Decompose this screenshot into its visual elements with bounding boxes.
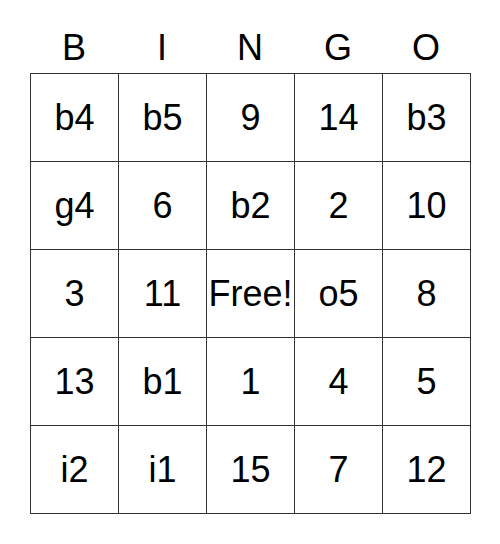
bingo-cell-r0c0[interactable]: b4 (31, 74, 119, 162)
bingo-cell-r4c2[interactable]: 15 (207, 426, 295, 514)
bingo-cell-r4c1[interactable]: i1 (119, 426, 207, 514)
bingo-cell-r0c1[interactable]: b5 (119, 74, 207, 162)
bingo-cell-r4c3[interactable]: 7 (295, 426, 383, 514)
bingo-cell-r3c2[interactable]: 1 (207, 338, 295, 426)
bingo-header-row: B I N G O (30, 18, 471, 73)
bingo-cell-r1c4[interactable]: 10 (383, 162, 471, 250)
column-letter-o: O (382, 18, 470, 73)
free-cell[interactable]: Free! (207, 250, 295, 338)
bingo-cell-r0c3[interactable]: 14 (295, 74, 383, 162)
bingo-cell-r4c0[interactable]: i2 (31, 426, 119, 514)
bingo-cell-r2c4[interactable]: 8 (383, 250, 471, 338)
bingo-cell-r3c3[interactable]: 4 (295, 338, 383, 426)
bingo-cell-r0c4[interactable]: b3 (383, 74, 471, 162)
bingo-cell-r1c1[interactable]: 6 (119, 162, 207, 250)
column-letter-b: B (30, 18, 118, 73)
bingo-card: B I N G O b4 b5 9 14 b3 g4 6 b2 2 10 3 1… (30, 18, 471, 514)
bingo-cell-r2c0[interactable]: 3 (31, 250, 119, 338)
column-letter-i: I (118, 18, 206, 73)
bingo-cell-r3c4[interactable]: 5 (383, 338, 471, 426)
column-letter-n: N (206, 18, 294, 73)
bingo-cell-r1c3[interactable]: 2 (295, 162, 383, 250)
bingo-cell-r0c2[interactable]: 9 (207, 74, 295, 162)
bingo-cell-r2c3[interactable]: o5 (295, 250, 383, 338)
bingo-cell-r4c4[interactable]: 12 (383, 426, 471, 514)
column-letter-g: G (294, 18, 382, 73)
bingo-cell-r2c1[interactable]: 11 (119, 250, 207, 338)
bingo-cell-r3c1[interactable]: b1 (119, 338, 207, 426)
bingo-cell-r1c0[interactable]: g4 (31, 162, 119, 250)
bingo-cell-r1c2[interactable]: b2 (207, 162, 295, 250)
bingo-board-grid: b4 b5 9 14 b3 g4 6 b2 2 10 3 11 Free! o5… (30, 73, 471, 514)
bingo-cell-r3c0[interactable]: 13 (31, 338, 119, 426)
